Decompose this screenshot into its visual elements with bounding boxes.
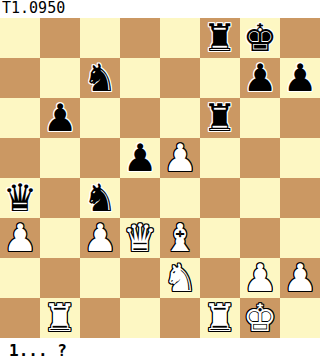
black-pawn-d5[interactable]: ♟ (123, 138, 157, 178)
white-bishop-e3[interactable]: ♝ (163, 218, 197, 258)
black-pawn-h7[interactable]: ♟ (283, 58, 317, 98)
square-e1[interactable] (160, 298, 200, 338)
square-d7[interactable] (120, 58, 160, 98)
square-a7[interactable] (0, 58, 40, 98)
square-e4[interactable] (160, 178, 200, 218)
square-b5[interactable] (40, 138, 80, 178)
white-pawn-h2[interactable]: ♟ (283, 258, 317, 298)
square-c5[interactable] (80, 138, 120, 178)
square-b6[interactable]: ♟ (40, 98, 80, 138)
square-f3[interactable] (200, 218, 240, 258)
square-g3[interactable] (240, 218, 280, 258)
square-f6[interactable]: ♜ (200, 98, 240, 138)
square-c7[interactable]: ♞ (80, 58, 120, 98)
white-pawn-c3[interactable]: ♟ (83, 218, 117, 258)
square-h1[interactable] (280, 298, 320, 338)
square-g2[interactable]: ♟ (240, 258, 280, 298)
square-g1[interactable]: ♚ (240, 298, 280, 338)
chess-board: ♜♚♞♟♟♟♜♟♟♛♞♟♟♛♝♞♟♟♜♜♚ (0, 18, 320, 338)
square-d8[interactable] (120, 18, 160, 58)
square-b3[interactable] (40, 218, 80, 258)
black-pawn-b6[interactable]: ♟ (43, 98, 77, 138)
square-d5[interactable]: ♟ (120, 138, 160, 178)
square-f5[interactable] (200, 138, 240, 178)
square-g7[interactable]: ♟ (240, 58, 280, 98)
square-c3[interactable]: ♟ (80, 218, 120, 258)
square-h4[interactable] (280, 178, 320, 218)
white-king-g1[interactable]: ♚ (243, 298, 277, 338)
white-pawn-a3[interactable]: ♟ (3, 218, 37, 258)
move-prompt: 1... ? (0, 338, 320, 360)
square-d2[interactable] (120, 258, 160, 298)
square-h2[interactable]: ♟ (280, 258, 320, 298)
square-b4[interactable] (40, 178, 80, 218)
white-rook-b1[interactable]: ♜ (43, 298, 77, 338)
square-a6[interactable] (0, 98, 40, 138)
square-g8[interactable]: ♚ (240, 18, 280, 58)
square-f1[interactable]: ♜ (200, 298, 240, 338)
square-c6[interactable] (80, 98, 120, 138)
square-e7[interactable] (160, 58, 200, 98)
square-h8[interactable] (280, 18, 320, 58)
square-h5[interactable] (280, 138, 320, 178)
square-c1[interactable] (80, 298, 120, 338)
square-c8[interactable] (80, 18, 120, 58)
square-f7[interactable] (200, 58, 240, 98)
black-queen-a4[interactable]: ♛ (3, 178, 37, 218)
square-a2[interactable] (0, 258, 40, 298)
chess-puzzle-window: T1.0950 ♜♚♞♟♟♟♜♟♟♛♞♟♟♛♝♞♟♟♜♜♚ 1... ? (0, 0, 320, 360)
square-f8[interactable]: ♜ (200, 18, 240, 58)
square-f2[interactable] (200, 258, 240, 298)
black-king-g8[interactable]: ♚ (243, 18, 277, 58)
square-d6[interactable] (120, 98, 160, 138)
square-b8[interactable] (40, 18, 80, 58)
square-a3[interactable]: ♟ (0, 218, 40, 258)
square-c2[interactable] (80, 258, 120, 298)
square-g4[interactable] (240, 178, 280, 218)
square-e2[interactable]: ♞ (160, 258, 200, 298)
black-knight-c7[interactable]: ♞ (83, 58, 117, 98)
square-e8[interactable] (160, 18, 200, 58)
square-h7[interactable]: ♟ (280, 58, 320, 98)
square-e5[interactable]: ♟ (160, 138, 200, 178)
square-h3[interactable] (280, 218, 320, 258)
square-c4[interactable]: ♞ (80, 178, 120, 218)
white-pawn-e5[interactable]: ♟ (163, 138, 197, 178)
black-rook-f6[interactable]: ♜ (203, 98, 237, 138)
square-e3[interactable]: ♝ (160, 218, 200, 258)
square-h6[interactable] (280, 98, 320, 138)
square-a4[interactable]: ♛ (0, 178, 40, 218)
square-b7[interactable] (40, 58, 80, 98)
square-g6[interactable] (240, 98, 280, 138)
square-a5[interactable] (0, 138, 40, 178)
black-rook-f8[interactable]: ♜ (203, 18, 237, 58)
square-a8[interactable] (0, 18, 40, 58)
square-d4[interactable] (120, 178, 160, 218)
square-d1[interactable] (120, 298, 160, 338)
white-knight-e2[interactable]: ♞ (163, 258, 197, 298)
square-a1[interactable] (0, 298, 40, 338)
square-g5[interactable] (240, 138, 280, 178)
square-b1[interactable]: ♜ (40, 298, 80, 338)
square-e6[interactable] (160, 98, 200, 138)
white-rook-f1[interactable]: ♜ (203, 298, 237, 338)
square-f4[interactable] (200, 178, 240, 218)
puzzle-id-title: T1.0950 (0, 0, 320, 18)
square-b2[interactable] (40, 258, 80, 298)
white-pawn-g2[interactable]: ♟ (243, 258, 277, 298)
white-queen-d3[interactable]: ♛ (123, 218, 157, 258)
black-pawn-g7[interactable]: ♟ (243, 58, 277, 98)
square-d3[interactable]: ♛ (120, 218, 160, 258)
black-knight-c4[interactable]: ♞ (83, 178, 117, 218)
